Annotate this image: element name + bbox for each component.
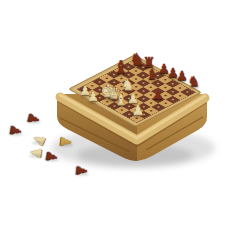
peg-hole <box>134 70 138 72</box>
peg-hole <box>120 109 124 111</box>
peg-hole <box>186 91 190 93</box>
peg-hole <box>171 83 175 85</box>
peg-hole <box>178 95 182 97</box>
peg-hole <box>120 101 124 103</box>
peg-hole <box>127 90 131 92</box>
photo-stage: ♝♞♜♝♟♟♟♞♟♟♟♚♛♞♝♟♟♟♟♟♟♟♟♟ <box>0 0 232 232</box>
peg-hole <box>156 98 160 100</box>
peg-hole <box>171 99 175 101</box>
peg-hole <box>149 78 153 80</box>
peg-hole <box>105 93 109 95</box>
peg-hole <box>120 93 124 95</box>
peg-hole <box>113 97 117 99</box>
peg-hole <box>83 88 87 90</box>
peg-hole <box>142 90 146 92</box>
peg-hole <box>141 66 145 68</box>
peg-hole <box>98 97 102 99</box>
peg-hole <box>120 78 124 80</box>
peg-hole <box>127 97 131 99</box>
peg-hole <box>113 105 117 107</box>
peg-hole <box>105 85 109 87</box>
peg-hole <box>119 70 123 72</box>
peg-hole <box>157 106 161 108</box>
peg-hole <box>112 73 116 75</box>
peg-hole <box>141 74 145 76</box>
peg-hole <box>171 91 175 93</box>
peg-hole <box>164 102 168 104</box>
peg-hole <box>142 98 146 100</box>
peg-hole <box>98 81 102 83</box>
peg-hole <box>127 82 131 84</box>
peg-hole <box>134 78 138 80</box>
peg-hole <box>142 106 146 108</box>
peg-hole <box>98 89 102 91</box>
peg-hole <box>156 82 160 84</box>
peg-hole <box>164 87 168 89</box>
peg-hole <box>134 62 138 64</box>
peg-hole <box>105 101 109 103</box>
peg-hole <box>149 110 153 112</box>
peg-hole <box>134 86 138 88</box>
peg-hole <box>156 90 160 92</box>
peg-hole <box>90 85 94 87</box>
peg-hole <box>149 70 153 72</box>
peg-hole <box>142 82 146 84</box>
peg-hole <box>142 114 146 116</box>
peg-hole <box>91 93 95 95</box>
peg-hole <box>127 74 131 76</box>
peg-hole <box>127 113 131 115</box>
peg-hole <box>149 86 153 88</box>
peg-hole <box>163 79 167 81</box>
peg-hole <box>120 85 124 87</box>
peg-hole <box>149 94 153 96</box>
peg-hole <box>149 102 153 104</box>
peg-hole <box>112 89 116 91</box>
peg-hole <box>134 94 138 96</box>
peg-hole <box>156 75 160 77</box>
peg-hole <box>112 81 116 83</box>
peg-hole <box>178 87 182 89</box>
peg-hole <box>127 105 131 107</box>
peg-hole <box>164 94 168 96</box>
peg-hole <box>127 66 131 68</box>
peg-hole <box>135 109 139 111</box>
peg-hole <box>135 102 139 104</box>
peg-hole <box>105 77 109 79</box>
peg-hole <box>135 117 139 119</box>
